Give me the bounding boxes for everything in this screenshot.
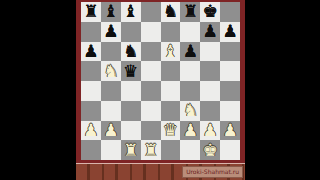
piece-black-king: ♚: [203, 3, 218, 20]
square-e7[interactable]: [161, 22, 181, 42]
square-h4[interactable]: [220, 81, 240, 101]
square-h1[interactable]: [220, 140, 240, 160]
square-e2[interactable]: ♛: [161, 121, 181, 141]
square-d4[interactable]: [141, 81, 161, 101]
square-b4[interactable]: [101, 81, 121, 101]
square-b8[interactable]: ♝: [101, 2, 121, 22]
piece-white-pawn: ♟: [183, 121, 198, 138]
piece-white-knight: ♞: [103, 62, 118, 79]
square-a6[interactable]: ♟: [81, 42, 101, 62]
square-b3[interactable]: [101, 101, 121, 121]
piece-white-bishop: ♝: [163, 42, 178, 59]
piece-white-queen: ♛: [163, 121, 178, 138]
square-h6[interactable]: [220, 42, 240, 62]
piece-white-pawn: ♟: [222, 121, 237, 138]
square-f4[interactable]: [180, 81, 200, 101]
piece-white-pawn: ♟: [203, 121, 218, 138]
square-f1[interactable]: [180, 140, 200, 160]
square-e8[interactable]: ♞: [161, 2, 181, 22]
square-d8[interactable]: [141, 2, 161, 22]
square-e5[interactable]: [161, 61, 181, 81]
square-a3[interactable]: [81, 101, 101, 121]
square-h2[interactable]: ♟: [220, 121, 240, 141]
square-d7[interactable]: [141, 22, 161, 42]
square-b1[interactable]: [101, 140, 121, 160]
square-d6[interactable]: [141, 42, 161, 62]
square-g2[interactable]: ♟: [200, 121, 220, 141]
square-c7[interactable]: [121, 22, 141, 42]
wooden-table-edge: Uroki-Shahmat.ru: [76, 163, 245, 180]
square-h7[interactable]: ♟: [220, 22, 240, 42]
piece-white-king: ♚: [203, 141, 218, 158]
piece-black-pawn: ♟: [103, 23, 118, 40]
piece-white-knight: ♞: [183, 102, 198, 119]
square-d3[interactable]: [141, 101, 161, 121]
piece-black-pawn: ♟: [183, 42, 198, 59]
square-c6[interactable]: ♞: [121, 42, 141, 62]
piece-white-rook: ♜: [143, 141, 158, 158]
piece-black-pawn: ♟: [203, 23, 218, 40]
chess-board-frame: ♜♝♝♞♜♚♟♟♟♟♞♝♟♞♛♞♟♟♛♟♟♟♜♜♚: [76, 0, 245, 163]
square-g8[interactable]: ♚: [200, 2, 220, 22]
square-c4[interactable]: [121, 81, 141, 101]
piece-black-queen: ♛: [123, 62, 138, 79]
piece-white-rook: ♜: [123, 141, 138, 158]
square-c1[interactable]: ♜: [121, 140, 141, 160]
square-a5[interactable]: [81, 61, 101, 81]
square-c3[interactable]: [121, 101, 141, 121]
square-f6[interactable]: ♟: [180, 42, 200, 62]
square-a4[interactable]: [81, 81, 101, 101]
square-f3[interactable]: ♞: [180, 101, 200, 121]
watermark: Uroki-Shahmat.ru: [182, 166, 243, 178]
square-e3[interactable]: [161, 101, 181, 121]
square-f8[interactable]: ♜: [180, 2, 200, 22]
square-g5[interactable]: [200, 61, 220, 81]
piece-black-rook: ♜: [83, 3, 98, 20]
piece-white-pawn: ♟: [103, 121, 118, 138]
square-b2[interactable]: ♟: [101, 121, 121, 141]
square-a7[interactable]: [81, 22, 101, 42]
square-g1[interactable]: ♚: [200, 140, 220, 160]
square-h8[interactable]: [220, 2, 240, 22]
square-h5[interactable]: [220, 61, 240, 81]
piece-black-knight: ♞: [123, 42, 138, 59]
square-f7[interactable]: [180, 22, 200, 42]
square-b5[interactable]: ♞: [101, 61, 121, 81]
square-d5[interactable]: [141, 61, 161, 81]
square-g3[interactable]: [200, 101, 220, 121]
square-f2[interactable]: ♟: [180, 121, 200, 141]
square-a2[interactable]: ♟: [81, 121, 101, 141]
square-b7[interactable]: ♟: [101, 22, 121, 42]
chess-board: ♜♝♝♞♜♚♟♟♟♟♞♝♟♞♛♞♟♟♛♟♟♟♜♜♚: [81, 2, 240, 160]
square-c5[interactable]: ♛: [121, 61, 141, 81]
piece-black-rook: ♜: [183, 3, 198, 20]
square-h3[interactable]: [220, 101, 240, 121]
square-d1[interactable]: ♜: [141, 140, 161, 160]
square-b6[interactable]: [101, 42, 121, 62]
piece-black-pawn: ♟: [222, 23, 237, 40]
square-c8[interactable]: ♝: [121, 2, 141, 22]
square-d2[interactable]: [141, 121, 161, 141]
square-g4[interactable]: [200, 81, 220, 101]
square-f5[interactable]: [180, 61, 200, 81]
square-g6[interactable]: [200, 42, 220, 62]
square-a1[interactable]: [81, 140, 101, 160]
square-c2[interactable]: [121, 121, 141, 141]
square-e6[interactable]: ♝: [161, 42, 181, 62]
square-e4[interactable]: [161, 81, 181, 101]
piece-white-pawn: ♟: [83, 121, 98, 138]
piece-black-bishop: ♝: [123, 3, 138, 20]
piece-black-pawn: ♟: [83, 42, 98, 59]
square-a8[interactable]: ♜: [81, 2, 101, 22]
piece-black-bishop: ♝: [103, 3, 118, 20]
piece-black-knight: ♞: [163, 3, 178, 20]
square-g7[interactable]: ♟: [200, 22, 220, 42]
square-e1[interactable]: [161, 140, 181, 160]
